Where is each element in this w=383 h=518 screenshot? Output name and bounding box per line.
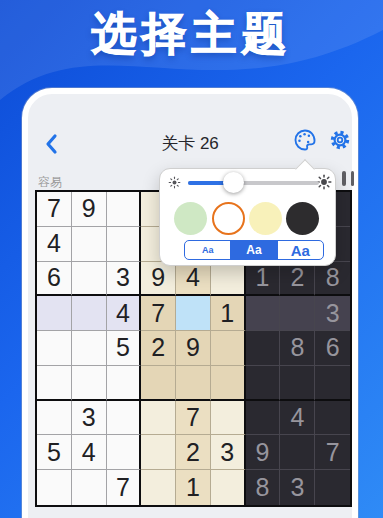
sudoku-cell-r4c1[interactable]	[37, 296, 72, 331]
theme-swatch-dark[interactable]	[286, 202, 319, 235]
sudoku-cell-r3c7[interactable]: 1	[246, 262, 281, 297]
sudoku-cell-r9c8[interactable]: 3	[280, 470, 315, 505]
sudoku-cell-r3c9[interactable]: 8	[315, 262, 350, 297]
sudoku-cell-r2c2[interactable]	[72, 227, 107, 262]
sudoku-cell-r9c5[interactable]: 1	[176, 470, 211, 505]
sudoku-cell-r5c6[interactable]	[211, 331, 246, 366]
sudoku-cell-r7c6[interactable]	[211, 401, 246, 436]
sudoku-cell-r8c1[interactable]: 5	[37, 435, 72, 470]
sudoku-cell-r8c2[interactable]: 4	[72, 435, 107, 470]
pause-button[interactable]	[342, 171, 354, 186]
sudoku-cell-r5c2[interactable]	[72, 331, 107, 366]
difficulty-label: 容易	[38, 174, 62, 191]
sudoku-cell-r3c3[interactable]: 3	[107, 262, 142, 297]
gear-icon[interactable]	[328, 128, 352, 152]
sudoku-cell-r7c5[interactable]: 7	[176, 401, 211, 436]
sudoku-cell-r8c7[interactable]: 9	[246, 435, 281, 470]
sudoku-cell-r5c9[interactable]: 6	[315, 331, 350, 366]
sudoku-cell-r7c9[interactable]	[315, 401, 350, 436]
sudoku-cell-r4c8[interactable]	[280, 296, 315, 331]
sudoku-cell-r7c2[interactable]: 3	[72, 401, 107, 436]
theme-swatch-white[interactable]	[212, 202, 245, 235]
sudoku-cell-r2c3[interactable]	[107, 227, 142, 262]
sudoku-cell-r9c4[interactable]	[141, 470, 176, 505]
sudoku-cell-r6c1[interactable]	[37, 366, 72, 401]
theme-swatch-yellow[interactable]	[249, 202, 282, 235]
sudoku-cell-r6c4[interactable]	[141, 366, 176, 401]
sudoku-cell-r8c9[interactable]: 7	[315, 435, 350, 470]
sudoku-cell-r8c6[interactable]: 3	[211, 435, 246, 470]
font-size-control: AaAaAa	[184, 240, 324, 260]
sudoku-cell-r4c9[interactable]: 3	[315, 296, 350, 331]
sudoku-cell-r1c3[interactable]	[107, 192, 142, 227]
sudoku-cell-r7c8[interactable]: 4	[280, 401, 315, 436]
brightness-slider-thumb[interactable]	[223, 172, 244, 193]
sudoku-cell-r7c7[interactable]	[246, 401, 281, 436]
sudoku-cell-r3c8[interactable]: 2	[280, 262, 315, 297]
sudoku-cell-r4c6[interactable]: 1	[211, 296, 246, 331]
sudoku-cell-r6c7[interactable]	[246, 366, 281, 401]
sudoku-cell-r4c3[interactable]: 4	[107, 296, 142, 331]
sudoku-cell-r5c1[interactable]	[37, 331, 72, 366]
sudoku-cell-r4c7[interactable]	[246, 296, 281, 331]
sudoku-cell-r3c1[interactable]: 6	[37, 262, 72, 297]
sudoku-cell-r9c1[interactable]	[37, 470, 72, 505]
sudoku-cell-r7c1[interactable]	[37, 401, 72, 436]
sudoku-cell-r9c6[interactable]	[211, 470, 246, 505]
sudoku-cell-r4c4[interactable]: 7	[141, 296, 176, 331]
brightness-low-icon	[168, 176, 181, 189]
sudoku-cell-r3c4[interactable]: 9	[141, 262, 176, 297]
sudoku-cell-r8c5[interactable]: 2	[176, 435, 211, 470]
theme-swatch-row	[160, 202, 335, 236]
sudoku-cell-r9c7[interactable]: 8	[246, 470, 281, 505]
sudoku-cell-r9c2[interactable]	[72, 470, 107, 505]
sudoku-cell-r8c4[interactable]	[141, 435, 176, 470]
sudoku-cell-r3c2[interactable]	[72, 262, 107, 297]
sudoku-cell-r6c9[interactable]	[315, 366, 350, 401]
sudoku-cell-r5c8[interactable]: 8	[280, 331, 315, 366]
sudoku-cell-r5c7[interactable]	[246, 331, 281, 366]
sudoku-cell-r9c3[interactable]: 7	[107, 470, 142, 505]
font-size-medium[interactable]: Aa	[231, 241, 277, 259]
palette-icon[interactable]	[292, 127, 318, 153]
sudoku-cell-r6c5[interactable]	[176, 366, 211, 401]
theme-popover: AaAaAa	[159, 168, 336, 266]
sudoku-cell-r3c6[interactable]	[211, 262, 246, 297]
sudoku-cell-r8c8[interactable]	[280, 435, 315, 470]
sudoku-cell-r3c5[interactable]: 4	[176, 262, 211, 297]
page-title: 选择主题	[0, 4, 383, 64]
sudoku-cell-r5c4[interactable]: 2	[141, 331, 176, 366]
sudoku-cell-r6c8[interactable]	[280, 366, 315, 401]
sudoku-cell-r7c4[interactable]	[141, 401, 176, 436]
brightness-slider-track[interactable]	[188, 181, 319, 185]
sudoku-cell-r1c2[interactable]: 9	[72, 192, 107, 227]
sudoku-cell-r9c9[interactable]	[315, 470, 350, 505]
sudoku-cell-r5c3[interactable]: 5	[107, 331, 142, 366]
sudoku-cell-r8c3[interactable]	[107, 435, 142, 470]
sudoku-cell-r6c3[interactable]	[107, 366, 142, 401]
sudoku-cell-r7c3[interactable]	[107, 401, 142, 436]
theme-swatch-green[interactable]	[174, 202, 207, 235]
sudoku-cell-r6c6[interactable]	[211, 366, 246, 401]
sudoku-cell-r5c5[interactable]: 9	[176, 331, 211, 366]
sudoku-cell-r6c2[interactable]	[72, 366, 107, 401]
sudoku-cell-r1c1[interactable]: 7	[37, 192, 72, 227]
sudoku-cell-r4c5[interactable]	[176, 296, 211, 331]
font-size-small[interactable]: Aa	[185, 241, 231, 259]
sudoku-cell-r4c2[interactable]	[72, 296, 107, 331]
font-size-large[interactable]: Aa	[278, 241, 323, 259]
sudoku-cell-r2c1[interactable]: 4	[37, 227, 72, 262]
